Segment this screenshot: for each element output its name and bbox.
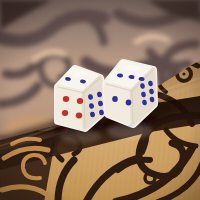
board-scene bbox=[0, 0, 200, 200]
vignette bbox=[0, 0, 200, 200]
photo-dice-on-board bbox=[0, 0, 200, 200]
